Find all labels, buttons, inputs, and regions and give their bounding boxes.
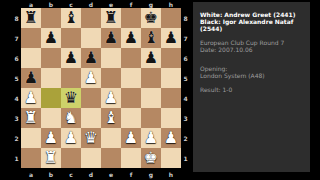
piece-black-pawn: ♟ xyxy=(101,28,121,48)
black-player-line: Black: Igor Alexandre Nataf (2544) xyxy=(200,18,306,32)
white-player-line: White: Andrew Greet (2441) xyxy=(200,11,306,18)
opening-name: London System (A48) xyxy=(200,72,306,79)
file-label-c: c xyxy=(61,169,81,179)
file-label-b: b xyxy=(41,0,61,8)
piece-white-pawn: ♟ xyxy=(141,128,161,148)
square-a1 xyxy=(21,148,41,168)
rank-label-2: 2 xyxy=(12,128,21,148)
square-b4 xyxy=(41,88,61,108)
file-label-f: f xyxy=(121,169,141,179)
square-h6 xyxy=(161,48,181,68)
square-f8 xyxy=(121,8,141,28)
square-a8: ♜ xyxy=(21,8,41,28)
square-g5 xyxy=(141,68,161,88)
piece-black-rook: ♜ xyxy=(21,8,41,28)
square-a2 xyxy=(21,128,41,148)
rank-label-8: 8 xyxy=(181,8,190,28)
piece-black-pawn: ♟ xyxy=(81,48,101,68)
square-a4: ♟ xyxy=(21,88,41,108)
square-f5 xyxy=(121,68,141,88)
piece-black-pawn: ♟ xyxy=(21,68,41,88)
rank-label-5: 5 xyxy=(12,68,21,88)
board: ♜♝♜♚♟♟♟♝♟♟♟♟♟♟♟♛♟♜♞♝♟♟♛♟♟♟♜♚ xyxy=(21,8,181,168)
piece-black-king: ♚ xyxy=(141,8,161,28)
square-a7 xyxy=(21,28,41,48)
square-f2: ♟ xyxy=(121,128,141,148)
piece-black-bishop: ♝ xyxy=(141,28,161,48)
piece-white-rook: ♜ xyxy=(21,108,41,128)
file-label-b: b xyxy=(41,169,61,179)
square-g7: ♝ xyxy=(141,28,161,48)
square-g3 xyxy=(141,108,161,128)
square-e8: ♜ xyxy=(101,8,121,28)
game-info-panel: White: Andrew Greet (2441) Black: Igor A… xyxy=(193,2,310,172)
piece-white-bishop: ♝ xyxy=(101,108,121,128)
square-a5: ♟ xyxy=(21,68,41,88)
piece-white-pawn: ♟ xyxy=(41,128,61,148)
file-label-d: d xyxy=(81,169,101,179)
square-c3: ♞ xyxy=(61,108,81,128)
rank-label-5: 5 xyxy=(181,68,190,88)
square-b5 xyxy=(41,68,61,88)
piece-black-pawn: ♟ xyxy=(61,48,81,68)
event-line: European Club Cup Round 7 xyxy=(200,39,306,46)
piece-white-knight: ♞ xyxy=(61,108,81,128)
square-b2: ♟ xyxy=(41,128,61,148)
rank-label-6: 6 xyxy=(12,48,21,68)
square-g6: ♟ xyxy=(141,48,161,68)
square-f7: ♟ xyxy=(121,28,141,48)
piece-black-rook: ♜ xyxy=(101,8,121,28)
rank-label-4: 4 xyxy=(181,88,190,108)
file-label-e: e xyxy=(101,169,121,179)
square-h4 xyxy=(161,88,181,108)
square-d7 xyxy=(81,28,101,48)
square-d4 xyxy=(81,88,101,108)
square-f4 xyxy=(121,88,141,108)
file-label-h: h xyxy=(161,0,181,8)
piece-white-king: ♚ xyxy=(141,148,161,168)
rank-label-6: 6 xyxy=(181,48,190,68)
piece-white-rook: ♜ xyxy=(41,148,61,168)
file-label-a: a xyxy=(21,169,41,179)
square-b6 xyxy=(41,48,61,68)
piece-white-queen: ♛ xyxy=(81,128,101,148)
piece-black-pawn: ♟ xyxy=(141,48,161,68)
file-label-g: g xyxy=(141,0,161,8)
square-c5 xyxy=(61,68,81,88)
square-c2: ♟ xyxy=(61,128,81,148)
rank-labels-left: 87654321 xyxy=(12,8,21,168)
rank-label-1: 1 xyxy=(181,148,190,168)
rank-label-7: 7 xyxy=(12,28,21,48)
opening-label: Opening: xyxy=(200,65,306,72)
chess-thumbnail: abcdefgh 87654321 ♜♝♜♚♟♟♟♝♟♟♟♟♟♟♟♛♟♜♞♝♟♟… xyxy=(0,0,320,180)
square-e2 xyxy=(101,128,121,148)
piece-black-pawn: ♟ xyxy=(161,28,181,48)
square-d8 xyxy=(81,8,101,28)
piece-white-pawn: ♟ xyxy=(121,128,141,148)
file-label-c: c xyxy=(61,0,81,8)
square-b8 xyxy=(41,8,61,28)
square-c8: ♝ xyxy=(61,8,81,28)
square-g8: ♚ xyxy=(141,8,161,28)
square-e6 xyxy=(101,48,121,68)
square-c4: ♛ xyxy=(61,88,81,108)
piece-black-pawn: ♟ xyxy=(121,28,141,48)
file-label-h: h xyxy=(161,169,181,179)
square-e3: ♝ xyxy=(101,108,121,128)
square-b3 xyxy=(41,108,61,128)
rank-label-3: 3 xyxy=(181,108,190,128)
square-f1 xyxy=(121,148,141,168)
file-labels-top: abcdefgh xyxy=(21,0,181,8)
file-label-g: g xyxy=(141,169,161,179)
square-e7: ♟ xyxy=(101,28,121,48)
rank-label-1: 1 xyxy=(12,148,21,168)
rank-label-2: 2 xyxy=(181,128,190,148)
square-e5 xyxy=(101,68,121,88)
square-c6: ♟ xyxy=(61,48,81,68)
rank-label-3: 3 xyxy=(12,108,21,128)
rank-labels-right: 87654321 xyxy=(181,8,190,168)
square-f6 xyxy=(121,48,141,68)
square-b7: ♟ xyxy=(41,28,61,48)
file-label-d: d xyxy=(81,0,101,8)
square-g4 xyxy=(141,88,161,108)
file-label-a: a xyxy=(21,0,41,8)
result-line: Result: 1-0 xyxy=(200,86,306,93)
piece-white-pawn: ♟ xyxy=(81,68,101,88)
square-h2: ♟ xyxy=(161,128,181,148)
square-h5 xyxy=(161,68,181,88)
square-h8 xyxy=(161,8,181,28)
square-d5: ♟ xyxy=(81,68,101,88)
piece-black-queen: ♛ xyxy=(61,88,81,108)
date-line: Date: 2007.10.06 xyxy=(200,46,306,53)
square-d3 xyxy=(81,108,101,128)
rank-label-8: 8 xyxy=(12,8,21,28)
file-labels-bottom: abcdefgh xyxy=(21,169,181,179)
file-label-f: f xyxy=(121,0,141,8)
square-c1 xyxy=(61,148,81,168)
rank-label-7: 7 xyxy=(181,28,190,48)
piece-white-pawn: ♟ xyxy=(161,128,181,148)
square-a3: ♜ xyxy=(21,108,41,128)
piece-black-pawn: ♟ xyxy=(41,28,61,48)
square-h7: ♟ xyxy=(161,28,181,48)
square-f3 xyxy=(121,108,141,128)
piece-white-pawn: ♟ xyxy=(21,88,41,108)
square-g2: ♟ xyxy=(141,128,161,148)
file-label-e: e xyxy=(101,0,121,8)
square-h3 xyxy=(161,108,181,128)
square-d6: ♟ xyxy=(81,48,101,68)
square-g1: ♚ xyxy=(141,148,161,168)
square-e4: ♟ xyxy=(101,88,121,108)
square-b1: ♜ xyxy=(41,148,61,168)
piece-white-pawn: ♟ xyxy=(101,88,121,108)
square-h1 xyxy=(161,148,181,168)
piece-white-pawn: ♟ xyxy=(61,128,81,148)
square-d1 xyxy=(81,148,101,168)
square-d2: ♛ xyxy=(81,128,101,148)
square-c7 xyxy=(61,28,81,48)
rank-label-4: 4 xyxy=(12,88,21,108)
square-e1 xyxy=(101,148,121,168)
piece-black-bishop: ♝ xyxy=(61,8,81,28)
square-a6 xyxy=(21,48,41,68)
